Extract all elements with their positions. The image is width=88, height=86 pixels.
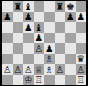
square-h1[interactable]: ♖	[76, 75, 87, 86]
square-a4[interactable]	[2, 43, 13, 54]
square-f8[interactable]: ♜	[55, 1, 66, 12]
square-e3[interactable]: ♗	[44, 54, 55, 65]
white-pawn-piece[interactable]: ♙	[55, 64, 64, 74]
white-pawn-piece[interactable]: ♙	[13, 64, 22, 74]
square-e1[interactable]	[44, 75, 55, 86]
square-a8[interactable]	[2, 1, 13, 12]
black-pawn-piece[interactable]: ♟	[24, 22, 33, 32]
white-bishop-piece[interactable]: ♗	[45, 64, 54, 74]
square-c3[interactable]	[23, 54, 34, 65]
square-c6[interactable]: ♟	[23, 22, 34, 33]
black-pawn-piece[interactable]: ♟	[3, 12, 12, 22]
square-d2[interactable]: ♕	[34, 64, 45, 75]
square-g7[interactable]: ♟	[65, 12, 76, 23]
square-g5[interactable]	[65, 33, 76, 44]
white-pawn-piece[interactable]: ♙	[76, 64, 85, 74]
square-h4[interactable]	[76, 43, 87, 54]
square-f7[interactable]	[55, 12, 66, 23]
square-d1[interactable]: ♖	[34, 75, 45, 86]
square-a7[interactable]: ♟	[2, 12, 13, 23]
black-queen-piece[interactable]: ♛	[76, 54, 85, 64]
black-pawn-piece[interactable]: ♟	[45, 43, 54, 53]
square-a2[interactable]: ♙	[2, 64, 13, 75]
black-pawn-piece[interactable]: ♟	[66, 12, 75, 22]
square-c7[interactable]: ♟	[23, 12, 34, 23]
square-e6[interactable]	[44, 22, 55, 33]
white-rook-piece[interactable]: ♖	[76, 75, 85, 85]
square-d4[interactable]: ♙	[34, 43, 45, 54]
square-f1[interactable]	[55, 75, 66, 86]
square-b1[interactable]	[13, 75, 24, 86]
white-king-piece[interactable]: ♔	[24, 75, 33, 85]
square-c4[interactable]	[23, 43, 34, 54]
square-g3[interactable]	[65, 54, 76, 65]
square-b7[interactable]	[13, 12, 24, 23]
square-f4[interactable]	[55, 43, 66, 54]
square-b6[interactable]	[13, 22, 24, 33]
square-e4[interactable]: ♟	[44, 43, 55, 54]
square-f5[interactable]	[55, 33, 66, 44]
square-h8[interactable]	[76, 1, 87, 12]
square-b8[interactable]: ♜	[13, 1, 24, 12]
square-h7[interactable]: ♟	[76, 12, 87, 23]
square-d8[interactable]	[34, 1, 45, 12]
square-c2[interactable]: ♙	[23, 64, 34, 75]
square-d6[interactable]: ♝	[34, 22, 45, 33]
square-b2[interactable]: ♙	[13, 64, 24, 75]
black-bishop-piece[interactable]: ♝	[34, 22, 43, 32]
square-f3[interactable]	[55, 54, 66, 65]
black-pawn-piece[interactable]: ♟	[24, 12, 33, 22]
square-a3[interactable]	[2, 54, 13, 65]
square-c5[interactable]	[23, 33, 34, 44]
square-c8[interactable]: ♝	[23, 1, 34, 12]
white-pawn-piece[interactable]: ♙	[34, 43, 43, 53]
square-b5[interactable]	[13, 33, 24, 44]
square-a5[interactable]	[2, 33, 13, 44]
white-pawn-piece[interactable]: ♙	[3, 64, 12, 74]
chess-board: ♜♝♜♚♟♟♟♟♟♝♟♙♟♗♛♙♙♙♕♗♙♙♔♖♖	[2, 1, 86, 85]
square-g6[interactable]	[65, 22, 76, 33]
white-rook-piece[interactable]: ♖	[34, 75, 43, 85]
square-h5[interactable]	[76, 33, 87, 44]
square-h6[interactable]	[76, 22, 87, 33]
square-e7[interactable]	[44, 12, 55, 23]
black-pawn-piece[interactable]: ♟	[76, 12, 85, 22]
square-d3[interactable]	[34, 54, 45, 65]
square-g2[interactable]	[65, 64, 76, 75]
square-h2[interactable]: ♙	[76, 64, 87, 75]
black-rook-piece[interactable]: ♜	[13, 1, 22, 11]
white-pawn-piece[interactable]: ♙	[24, 64, 33, 74]
square-g1[interactable]	[65, 75, 76, 86]
square-e2[interactable]: ♗	[44, 64, 55, 75]
square-g4[interactable]	[65, 43, 76, 54]
white-queen-piece[interactable]: ♕	[34, 64, 43, 74]
black-bishop-piece[interactable]: ♝	[24, 1, 33, 11]
square-e5[interactable]	[44, 33, 55, 44]
chess-board-frame: ♜♝♜♚♟♟♟♟♟♝♟♙♟♗♛♙♙♙♕♗♙♙♔♖♖	[0, 0, 88, 86]
black-rook-piece[interactable]: ♜	[55, 1, 64, 11]
white-bishop-piece[interactable]: ♗	[45, 54, 54, 64]
square-d5[interactable]: ♟	[34, 33, 45, 44]
square-a1[interactable]	[2, 75, 13, 86]
black-king-piece[interactable]: ♚	[66, 1, 75, 11]
black-pawn-piece[interactable]: ♟	[34, 33, 43, 43]
square-b4[interactable]	[13, 43, 24, 54]
square-e8[interactable]	[44, 1, 55, 12]
square-f6[interactable]	[55, 22, 66, 33]
square-c1[interactable]: ♔	[23, 75, 34, 86]
square-f2[interactable]: ♙	[55, 64, 66, 75]
square-h3[interactable]: ♛	[76, 54, 87, 65]
square-g8[interactable]: ♚	[65, 1, 76, 12]
square-a6[interactable]	[2, 22, 13, 33]
square-d7[interactable]	[34, 12, 45, 23]
square-b3[interactable]	[13, 54, 24, 65]
